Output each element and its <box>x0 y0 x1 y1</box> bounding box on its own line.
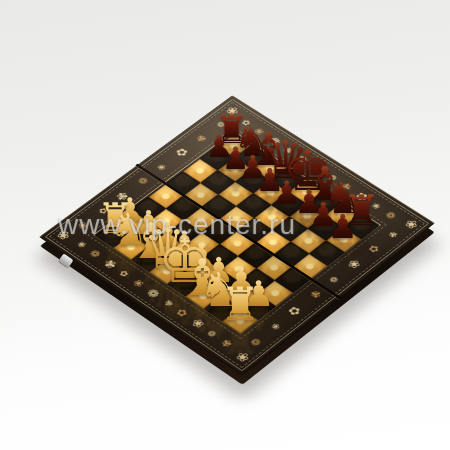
leaf-ornament-icon: ✿ <box>173 147 191 159</box>
leaf-ornament-icon: ✿ <box>175 308 190 318</box>
leaf-ornament-icon: ✾ <box>103 258 117 269</box>
leaf-ornament-icon: ❀ <box>309 162 326 174</box>
leaf-ornament-icon: ✿ <box>297 156 309 163</box>
leaf-ornament-icon: ❀ <box>268 322 281 331</box>
leaf-ornament-icon: ✾ <box>162 299 175 308</box>
leaf-ornament-icon: ❁ <box>326 174 338 183</box>
leaf-ornament-icon: ❁ <box>214 121 226 128</box>
leaf-ornament-icon: ❀ <box>371 202 382 210</box>
leaf-ornament-icon: ✾ <box>340 183 353 191</box>
corner-flower-icon: ❀ <box>223 105 242 118</box>
leaf-ornament-icon: ❁ <box>266 135 282 147</box>
leaf-ornament-icon: ✿ <box>368 244 380 254</box>
chess-board: ✿❀❁✾✿❀❁✾✿❀❁ ❀❁✾✿❀❁✾✿❀❁✾ ❁✾✿❀❁✾✿❀ ✾✿❀❁✾✿❀… <box>39 95 435 375</box>
leaf-ornament-icon: ✾ <box>114 190 131 202</box>
leaf-ornament-icon: ✿ <box>353 190 371 203</box>
leaf-ornament-icon: ❀ <box>345 259 362 271</box>
leaf-ornament-icon: ❁ <box>87 248 103 259</box>
leaf-ornament-icon: ❀ <box>253 128 266 136</box>
leaf-ornament-icon: ✾ <box>283 146 295 155</box>
leaf-ornament-icon: ❀ <box>76 220 91 231</box>
leaf-ornament-icon: ✿ <box>97 208 107 214</box>
leaf-ornament-icon: ❀ <box>76 241 88 249</box>
leaf-ornament-icon: ❁ <box>206 329 219 339</box>
leaf-ornament-icon: ✿ <box>286 304 304 317</box>
leaf-ornament-icon: ❁ <box>328 275 341 284</box>
product-photo: ✿❀❁✾✿❀❁✾✿❀❁ ❀❁✾✿❀❁✾✿❀❁✾ ❁✾✿❀❁✾✿❀ ✾✿❀❁✾✿❀… <box>0 0 450 450</box>
corner-flower-icon: ❀ <box>53 229 73 243</box>
leaf-ornament-icon: ❀ <box>157 164 168 170</box>
leaf-ornament-icon: ✿ <box>239 119 252 128</box>
leaf-ornament-icon: ✾ <box>310 290 321 299</box>
leaf-ornament-icon: ❁ <box>384 210 399 219</box>
corner-flower-icon: ❀ <box>232 350 252 365</box>
leaf-ornament-icon: ✾ <box>386 229 399 238</box>
leaf-ornament-icon: ✾ <box>195 133 208 143</box>
leaf-ornament-icon: ❀ <box>191 318 205 330</box>
leaf-ornament-icon: ❁ <box>148 288 160 299</box>
corner-flower-icon: ❀ <box>401 218 420 232</box>
leaf-ornament-icon: ❁ <box>250 337 261 347</box>
leaf-ornament-icon: ✾ <box>220 339 235 348</box>
leaf-ornament-icon: ✿ <box>118 269 131 278</box>
leaf-ornament-icon: ❀ <box>131 278 147 289</box>
leaf-ornament-icon: ❁ <box>136 176 150 187</box>
